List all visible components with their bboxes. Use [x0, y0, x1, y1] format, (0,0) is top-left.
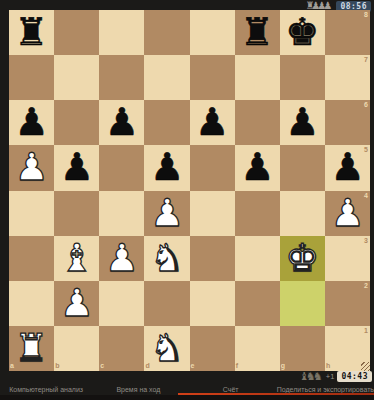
square-e8[interactable]: [190, 10, 235, 55]
black-king: ♚: [285, 10, 319, 55]
square-g4[interactable]: [280, 191, 325, 236]
black-pawn: ♟: [60, 145, 94, 190]
square-c4[interactable]: [99, 191, 144, 236]
coordinate-rank-8: 8: [364, 11, 368, 19]
white-pawn: ♟: [150, 191, 184, 236]
square-f6[interactable]: [235, 100, 280, 145]
square-c8[interactable]: [99, 10, 144, 55]
white-bishop: ♝: [60, 236, 94, 281]
square-h2[interactable]: 2: [325, 281, 370, 326]
square-c3[interactable]: ♟: [99, 236, 144, 281]
square-b1[interactable]: b: [54, 326, 99, 371]
square-b7[interactable]: [54, 55, 99, 100]
square-d7[interactable]: [144, 55, 189, 100]
square-b2[interactable]: ♟: [54, 281, 99, 326]
square-f1[interactable]: f: [235, 326, 280, 371]
coordinate-rank-5: 5: [364, 146, 368, 154]
square-h5[interactable]: ♟5: [325, 145, 370, 190]
square-b3[interactable]: ♝: [54, 236, 99, 281]
square-c5[interactable]: [99, 145, 144, 190]
square-a3[interactable]: [9, 236, 54, 281]
black-rook: ♜: [15, 10, 49, 55]
square-g8[interactable]: ♚: [280, 10, 325, 55]
square-d8[interactable]: [144, 10, 189, 55]
square-f3[interactable]: [235, 236, 280, 281]
square-a2[interactable]: [9, 281, 54, 326]
material-advantage: +1: [326, 372, 335, 381]
square-h3[interactable]: 3: [325, 236, 370, 281]
white-pawn: ♟: [15, 145, 49, 190]
square-g7[interactable]: [280, 55, 325, 100]
square-b4[interactable]: [54, 191, 99, 236]
tab-score[interactable]: Счёт: [185, 386, 277, 393]
square-a7[interactable]: [9, 55, 54, 100]
square-c6[interactable]: ♟: [99, 100, 144, 145]
square-d3[interactable]: ♞: [144, 236, 189, 281]
square-d4[interactable]: ♟: [144, 191, 189, 236]
square-h7[interactable]: 7: [325, 55, 370, 100]
white-knight: ♞: [150, 236, 184, 281]
black-pawn: ♟: [240, 145, 274, 190]
coordinate-rank-4: 4: [364, 192, 368, 200]
square-a1[interactable]: ♜a: [9, 326, 54, 371]
white-pawn: ♟: [105, 236, 139, 281]
square-b5[interactable]: ♟: [54, 145, 99, 190]
captured-black-knight-icon: ♞: [313, 371, 323, 382]
black-pawn: ♟: [330, 145, 364, 190]
square-g3[interactable]: ♚: [280, 236, 325, 281]
square-e2[interactable]: [190, 281, 235, 326]
black-rook: ♜: [240, 10, 274, 55]
square-d1[interactable]: ♞d: [144, 326, 189, 371]
coordinate-rank-7: 7: [364, 56, 368, 64]
square-h6[interactable]: 6: [325, 100, 370, 145]
square-g6[interactable]: ♟: [280, 100, 325, 145]
square-h1[interactable]: h1: [325, 326, 370, 371]
coordinate-rank-6: 6: [364, 101, 368, 109]
black-pawn: ♟: [15, 100, 49, 145]
square-e6[interactable]: ♟: [190, 100, 235, 145]
chess-board[interactable]: ♜♜♚87♟♟♟♟6♟♟♟♟♟5♟♟4♝♟♞♚3♟2♜abc♞defgh1: [9, 10, 370, 371]
black-pawn: ♟: [285, 100, 319, 145]
square-a6[interactable]: ♟: [9, 100, 54, 145]
square-b6[interactable]: [54, 100, 99, 145]
black-pawn: ♟: [150, 145, 184, 190]
square-e4[interactable]: [190, 191, 235, 236]
square-c2[interactable]: [99, 281, 144, 326]
square-d2[interactable]: [144, 281, 189, 326]
bottom-player-bar: ♝♞♞ +1 04:43: [0, 369, 374, 383]
square-a5[interactable]: ♟: [9, 145, 54, 190]
square-c1[interactable]: c: [99, 326, 144, 371]
white-clock: 04:43: [337, 371, 372, 382]
white-pawn: ♟: [330, 191, 364, 236]
square-a4[interactable]: [9, 191, 54, 236]
bottom-strip: [0, 395, 374, 400]
square-f4[interactable]: [235, 191, 280, 236]
square-e1[interactable]: e: [190, 326, 235, 371]
square-h4[interactable]: ♟4: [325, 191, 370, 236]
tab-share-export[interactable]: Поделиться и экспортировать: [277, 386, 374, 393]
tab-move-times[interactable]: Время на ход: [92, 386, 184, 393]
tab-computer-analysis[interactable]: Компьютерный анализ: [0, 386, 92, 393]
square-d6[interactable]: [144, 100, 189, 145]
square-g5[interactable]: [280, 145, 325, 190]
square-e3[interactable]: [190, 236, 235, 281]
square-a8[interactable]: ♜: [9, 10, 54, 55]
square-f2[interactable]: [235, 281, 280, 326]
black-pawn: ♟: [195, 100, 229, 145]
square-f7[interactable]: [235, 55, 280, 100]
white-rook: ♜: [15, 326, 49, 371]
coordinate-rank-1: 1: [364, 327, 368, 335]
square-f5[interactable]: ♟: [235, 145, 280, 190]
square-c7[interactable]: [99, 55, 144, 100]
square-g2[interactable]: [280, 281, 325, 326]
square-h8[interactable]: 8: [325, 10, 370, 55]
white-knight: ♞: [150, 326, 184, 371]
square-e5[interactable]: [190, 145, 235, 190]
captured-pieces-tray-bottom: ♝♞♞: [299, 371, 323, 382]
black-pawn: ♟: [105, 100, 139, 145]
square-d5[interactable]: ♟: [144, 145, 189, 190]
square-f8[interactable]: ♜: [235, 10, 280, 55]
coordinate-rank-3: 3: [364, 237, 368, 245]
coordinate-rank-2: 2: [364, 282, 368, 290]
white-pawn: ♟: [60, 281, 94, 326]
square-e7[interactable]: [190, 55, 235, 100]
white-king: ♚: [285, 236, 319, 281]
square-b8[interactable]: [54, 10, 99, 55]
square-g1[interactable]: g: [280, 326, 325, 371]
